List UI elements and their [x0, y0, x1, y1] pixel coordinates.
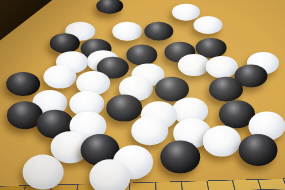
go-board-photo: [0, 0, 285, 190]
white-stone: [89, 159, 130, 190]
black-stone: [144, 22, 173, 41]
black-stone: [6, 72, 40, 96]
white-stone: [44, 65, 77, 88]
black-stone: [238, 134, 277, 166]
white-stone: [23, 155, 64, 190]
white-stone: [194, 16, 223, 34]
white-stone: [131, 116, 168, 146]
black-stone: [160, 141, 200, 174]
black-stone: [126, 44, 157, 65]
white-stone: [203, 126, 241, 157]
black-stone: [50, 33, 80, 53]
stones-layer: [0, 0, 285, 190]
white-stone: [112, 22, 141, 41]
white-stone: [172, 4, 200, 21]
black-stone: [106, 95, 142, 122]
black-stone: [96, 0, 123, 14]
white-stone: [206, 56, 238, 78]
black-stone: [209, 77, 243, 102]
